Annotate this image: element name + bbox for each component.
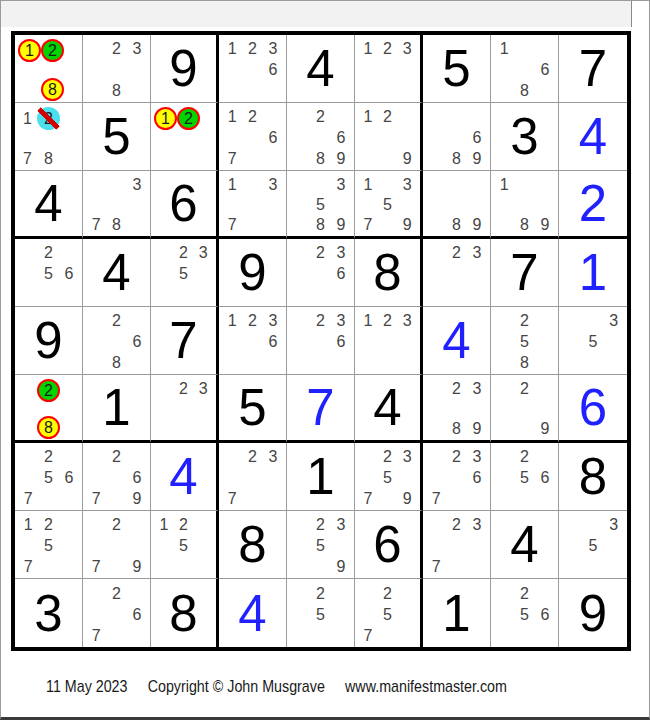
cell-r1c3[interactable]: 9 [151,35,219,103]
candidate-2[interactable]: 2 [242,447,262,468]
candidate-6[interactable]: 6 [467,128,487,149]
cell-r7c3[interactable]: 4 [151,443,219,511]
candidate-3[interactable]: 3 [397,311,417,332]
cell-r8c2[interactable]: 279 [83,511,151,579]
cell-value: 1 [83,375,150,440]
cell-value: 4 [83,239,150,306]
cell-value: 8 [151,579,216,647]
cell-value: 4 [151,443,216,510]
candidate-3[interactable]: 3 [603,515,624,536]
candidate-9[interactable]: 9 [467,215,487,235]
candidate-2-highlight-green[interactable]: 2 [37,379,60,402]
candidate-1[interactable]: 1 [494,175,514,195]
candidate-1[interactable]: 1 [358,175,378,195]
candidates: 267 [83,579,150,647]
candidate-2[interactable]: 2 [106,583,126,604]
candidate-7[interactable]: 7 [222,488,242,509]
cell-r1c5[interactable]: 4 [287,35,355,103]
candidate-5[interactable]: 5 [38,264,58,285]
candidate-9[interactable]: 9 [467,419,487,439]
candidate-1-highlight-yellow[interactable]: 1 [18,39,41,62]
candidate-3[interactable]: 3 [467,379,487,399]
cell-value: 6 [151,171,216,236]
cell-r2c2[interactable]: 5 [83,103,151,171]
candidate-6[interactable]: 6 [127,604,147,625]
cell-r3c5[interactable]: 3589 [287,171,355,239]
candidates: 257 [355,579,420,647]
candidate-7[interactable]: 7 [18,150,37,170]
candidate-2[interactable]: 2 [174,515,194,536]
candidate-3[interactable]: 3 [331,243,351,264]
candidate-7[interactable]: 7 [86,488,106,509]
candidate-3[interactable]: 3 [603,311,624,332]
candidate-2[interactable]: 2 [446,379,466,399]
candidates: 236 [287,239,354,306]
candidates: 28 [15,375,82,440]
candidate-1[interactable]: 1 [494,39,514,60]
candidate-6[interactable]: 6 [263,60,283,81]
cell-r4c7[interactable]: 23 [423,239,491,307]
candidate-2-highlight-green[interactable]: 2 [177,107,200,130]
candidate-9[interactable]: 9 [397,148,417,169]
cell-r1c2[interactable]: 238 [83,35,151,103]
candidate-5[interactable]: 5 [583,332,604,353]
cell-value: 1 [423,579,490,647]
candidate-2[interactable]: 2 [378,583,398,604]
candidate-6[interactable]: 6 [127,468,147,489]
candidate-7[interactable]: 7 [18,556,38,577]
candidate-1[interactable]: 1 [358,107,378,128]
candidate-6[interactable]: 6 [535,468,555,489]
candidate-3[interactable]: 3 [397,39,417,60]
candidate-9[interactable]: 9 [331,215,351,235]
cell-r3c3[interactable]: 6 [151,171,219,239]
candidate-8-highlight-yellow[interactable]: 8 [37,416,60,439]
cell-r1c7[interactable]: 5 [423,35,491,103]
candidate-7[interactable]: 7 [86,625,106,646]
cell-r5c6[interactable]: 123 [355,307,423,375]
cell-r6c5[interactable]: 7 [287,375,355,443]
candidates: 123 [355,35,420,102]
cell-r6c7[interactable]: 2389 [423,375,491,443]
cell-r2c8[interactable]: 3 [491,103,559,171]
cell-value: 4 [287,35,354,102]
cell-r5c9[interactable]: 35 [559,307,627,375]
cell-r3c2[interactable]: 378 [83,171,151,239]
candidate-6[interactable]: 6 [331,264,351,285]
cell-r7c9[interactable]: 8 [559,443,627,511]
candidate-8[interactable]: 8 [446,419,466,439]
candidate-6[interactable]: 6 [263,128,283,149]
candidate-1[interactable]: 1 [154,515,174,536]
cell-r7c2[interactable]: 2679 [83,443,151,511]
candidate-7[interactable]: 7 [358,215,378,235]
candidate-9[interactable]: 9 [397,488,417,509]
candidates: 23 [151,375,216,440]
candidates: 2389 [423,375,490,440]
footer-url: www.manifestmaster.com [345,677,507,697]
candidates: 268 [83,307,150,374]
candidate-5[interactable]: 5 [514,468,534,489]
cell-value: 4 [15,171,82,236]
candidate-6[interactable]: 6 [331,332,351,353]
cell-value: 8 [355,239,420,306]
candidate-2[interactable]: 2 [446,447,466,468]
cell-value: 6 [559,375,627,440]
candidates: 128 [15,35,82,102]
candidates: 689 [423,103,490,170]
candidates: 256 [491,443,558,510]
candidate-1[interactable]: 1 [358,311,378,332]
candidate-1-highlight-yellow[interactable]: 1 [154,107,177,130]
candidates: 25 [287,579,354,647]
candidates: 2689 [287,103,354,170]
candidate-3[interactable]: 3 [193,379,213,399]
cell-r2c6[interactable]: 129 [355,103,423,171]
candidate-6[interactable]: 6 [535,604,555,625]
candidate-2[interactable]: 2 [378,311,398,332]
cell-r6c4[interactable]: 5 [219,375,287,443]
cell-value: 5 [219,375,286,440]
candidate-5[interactable]: 5 [310,195,330,215]
candidates: 238 [83,35,150,102]
cell-value: 4 [355,375,420,440]
candidate-9[interactable]: 9 [127,488,147,509]
candidate-2[interactable]: 2 [310,311,330,332]
candidate-1[interactable]: 1 [358,39,378,60]
candidate-5[interactable]: 5 [174,536,194,557]
cell-r9c9[interactable]: 9 [559,579,627,647]
candidate-5[interactable]: 5 [583,536,604,557]
candidate-2[interactable]: 2 [514,311,534,332]
cell-r3c1[interactable]: 4 [15,171,83,239]
cell-value: 4 [423,307,490,374]
footer-copyright: Copyright © John Musgrave [148,677,325,697]
candidates: 3589 [287,171,354,236]
candidate-2[interactable]: 2 [106,515,126,536]
candidate-2[interactable]: 2 [106,39,126,60]
candidate-5[interactable]: 5 [174,264,194,285]
cell-r9c3[interactable]: 8 [151,579,219,647]
candidate-3[interactable]: 3 [127,175,147,195]
candidates: 137 [219,171,286,236]
candidate-3[interactable]: 3 [331,515,351,536]
cell-r6c1[interactable]: 28 [15,375,83,443]
cell-r1c9[interactable]: 7 [559,35,627,103]
candidate-3[interactable]: 3 [467,515,487,536]
cell-r5c7[interactable]: 4 [423,307,491,375]
candidate-2[interactable]: 2 [38,447,58,468]
cell-r8c6[interactable]: 6 [355,511,423,579]
cell-r9c8[interactable]: 256 [491,579,559,647]
cell-r1c4[interactable]: 1236 [219,35,287,103]
candidate-3[interactable]: 3 [397,447,417,468]
candidates: 125 [151,511,216,578]
cell-r9c5[interactable]: 25 [287,579,355,647]
cell-r1c6[interactable]: 123 [355,35,423,103]
candidates: 256 [15,239,82,306]
candidate-2[interactable]: 2 [446,243,466,264]
candidate-5[interactable]: 5 [38,536,58,557]
candidate-2-highlight-green[interactable]: 2 [41,39,64,62]
candidate-5[interactable]: 5 [514,332,534,353]
candidate-6[interactable]: 6 [467,468,487,489]
cell-r1c1[interactable]: 128 [15,35,83,103]
candidate-5[interactable]: 5 [310,536,330,557]
candidate-1[interactable]: 1 [18,515,38,536]
cell-r7c7[interactable]: 2367 [423,443,491,511]
cell-r4c8[interactable]: 7 [491,239,559,307]
candidates: 256 [491,579,558,647]
candidate-7[interactable]: 7 [426,556,446,577]
cell-r3c9[interactable]: 2 [559,171,627,239]
candidate-2[interactable]: 2 [310,107,330,128]
cell-value: 1 [559,239,627,306]
header-bar [1,1,632,27]
cell-r3c7[interactable]: 89 [423,171,491,239]
cell-r9c1[interactable]: 3 [15,579,83,647]
cell-r5c1[interactable]: 9 [15,307,83,375]
cell-r7c5[interactable]: 1 [287,443,355,511]
candidate-1[interactable]: 1 [222,311,242,332]
cell-r4c1[interactable]: 256 [15,239,83,307]
candidate-9[interactable]: 9 [127,556,147,577]
candidate-6[interactable]: 6 [59,264,79,285]
cell-value: 5 [423,35,490,102]
candidates: 35 [559,307,627,374]
candidate-1[interactable]: 1 [222,175,242,195]
cell-r8c5[interactable]: 2359 [287,511,355,579]
candidate-8[interactable]: 8 [514,215,534,235]
cell-r9c2[interactable]: 267 [83,579,151,647]
candidate-2[interactable]: 2 [38,515,58,536]
cell-r9c6[interactable]: 257 [355,579,423,647]
cell-r8c3[interactable]: 125 [151,511,219,579]
candidate-2[interactable]: 2 [310,515,330,536]
sudoku-app: 1282389123641235168712785121267268912968… [0,0,650,720]
cell-value: 9 [15,307,82,374]
candidate-6[interactable]: 6 [127,332,147,353]
candidates: 236 [287,307,354,374]
candidate-3[interactable]: 3 [127,39,147,60]
candidate-2[interactable]: 2 [378,107,398,128]
candidate-3[interactable]: 3 [397,175,417,195]
candidate-5[interactable]: 5 [378,195,398,215]
candidate-2[interactable]: 2 [310,243,330,264]
candidate-8[interactable]: 8 [446,148,466,169]
cell-r7c4[interactable]: 237 [219,443,287,511]
candidate-2[interactable]: 2 [242,311,262,332]
cell-r4c3[interactable]: 235 [151,239,219,307]
footer-date: 11 May 2023 [46,677,128,697]
cell-r7c8[interactable]: 256 [491,443,559,511]
candidate-8[interactable]: 8 [106,215,126,235]
candidates: 279 [83,511,150,578]
candidate-8-highlight-yellow[interactable]: 8 [41,78,64,101]
candidates: 13579 [355,171,420,236]
cell-value: 5 [83,103,150,170]
cell-r8c7[interactable]: 237 [423,511,491,579]
candidate-3[interactable]: 3 [263,447,283,468]
cell-r1c8[interactable]: 168 [491,35,559,103]
candidate-5[interactable]: 5 [378,604,398,625]
candidate-8[interactable]: 8 [514,80,534,101]
candidate-8[interactable]: 8 [37,150,60,170]
candidates: 237 [219,443,286,510]
cell-r6c8[interactable]: 29 [491,375,559,443]
candidate-2[interactable]: 2 [242,107,262,128]
cell-value: 1 [287,443,354,510]
candidate-7[interactable]: 7 [358,488,378,509]
cell-r6c9[interactable]: 6 [559,375,627,443]
candidates: 378 [83,171,150,236]
candidate-9[interactable]: 9 [467,148,487,169]
candidate-9[interactable]: 9 [535,215,555,235]
candidate-7[interactable]: 7 [86,215,106,235]
cell-r5c5[interactable]: 236 [287,307,355,375]
candidates: 258 [491,307,558,374]
candidates: 1236 [219,307,286,374]
candidate-8[interactable]: 8 [106,80,126,101]
candidate-6[interactable]: 6 [59,468,79,489]
cell-r6c2[interactable]: 1 [83,375,151,443]
cell-value: 3 [15,579,82,647]
cell-value: 7 [287,375,354,440]
cell-r5c2[interactable]: 268 [83,307,151,375]
candidates: 123 [355,307,420,374]
candidate-3[interactable]: 3 [263,175,283,195]
cell-r2c5[interactable]: 2689 [287,103,355,171]
candidate-6[interactable]: 6 [263,332,283,353]
cell-r2c3[interactable]: 12 [151,103,219,171]
candidate-7[interactable]: 7 [222,215,242,235]
cell-r9c4[interactable]: 4 [219,579,287,647]
cell-r5c4[interactable]: 1236 [219,307,287,375]
candidates: 2567 [15,443,82,510]
cell-value: 8 [219,511,286,578]
candidate-8[interactable]: 8 [446,215,466,235]
cell-r7c6[interactable]: 23579 [355,443,423,511]
cell-r6c3[interactable]: 23 [151,375,219,443]
candidate-2[interactable]: 2 [514,447,534,468]
candidates: 235 [151,239,216,306]
cell-value: 6 [355,511,420,578]
cell-r2c9[interactable]: 4 [559,103,627,171]
cell-value: 4 [559,103,627,170]
candidate-9[interactable]: 9 [397,215,417,235]
cell-r2c4[interactable]: 1267 [219,103,287,171]
candidate-5[interactable]: 5 [310,604,330,625]
candidate-2[interactable]: 2 [106,311,126,332]
candidate-3[interactable]: 3 [467,447,487,468]
candidates: 23579 [355,443,420,510]
candidate-5[interactable]: 5 [378,468,398,489]
cell-r4c5[interactable]: 236 [287,239,355,307]
candidate-9[interactable]: 9 [535,419,555,439]
cell-value: 4 [491,511,558,578]
candidate-6[interactable]: 6 [535,60,555,81]
candidate-9[interactable]: 9 [331,148,351,169]
candidate-3[interactable]: 3 [263,311,283,332]
cell-r5c8[interactable]: 258 [491,307,559,375]
candidate-2-highlight-cyan[interactable]: 2 [37,107,60,130]
cell-r2c7[interactable]: 689 [423,103,491,171]
candidates: 1236 [219,35,286,102]
cell-value: 7 [151,307,216,374]
candidate-3[interactable]: 3 [193,243,213,264]
candidate-7[interactable]: 7 [86,556,106,577]
candidate-2[interactable]: 2 [38,243,58,264]
candidates: 35 [559,511,627,578]
candidate-3[interactable]: 3 [331,175,351,195]
footer: 11 May 2023 Copyright © John Musgrave ww… [46,677,507,697]
candidate-8[interactable]: 8 [310,148,330,169]
candidate-8[interactable]: 8 [514,352,534,373]
candidate-2[interactable]: 2 [174,379,194,399]
cell-r9c7[interactable]: 1 [423,579,491,647]
cell-r5c3[interactable]: 7 [151,307,219,375]
candidate-9[interactable]: 9 [331,556,351,577]
cell-r4c2[interactable]: 4 [83,239,151,307]
candidate-8[interactable]: 8 [106,352,126,373]
cell-r8c9[interactable]: 35 [559,511,627,579]
candidates: 1257 [15,511,82,578]
cell-r4c6[interactable]: 8 [355,239,423,307]
candidate-8[interactable]: 8 [310,215,330,235]
cell-value: 8 [559,443,627,510]
candidate-2[interactable]: 2 [310,583,330,604]
cell-r6c6[interactable]: 4 [355,375,423,443]
candidate-3[interactable]: 3 [331,311,351,332]
candidate-7[interactable]: 7 [222,148,242,169]
cell-value: 4 [219,579,286,647]
candidate-3[interactable]: 3 [467,243,487,264]
candidate-2[interactable]: 2 [106,447,126,468]
candidate-5[interactable]: 5 [514,604,534,625]
candidate-6[interactable]: 6 [331,128,351,149]
cell-value: 7 [559,35,627,102]
cell-r7c1[interactable]: 2567 [15,443,83,511]
cell-r2c1[interactable]: 1278 [15,103,83,171]
sudoku-board: 1282389123641235168712785121267268912968… [11,31,631,651]
candidate-1[interactable]: 1 [222,107,242,128]
candidate-7[interactable]: 7 [18,488,38,509]
candidates: 2359 [287,511,354,578]
cell-r4c9[interactable]: 1 [559,239,627,307]
cell-r8c1[interactable]: 1257 [15,511,83,579]
candidate-2[interactable]: 2 [514,583,534,604]
candidate-2[interactable]: 2 [378,447,398,468]
candidate-7[interactable]: 7 [426,488,446,509]
candidate-3[interactable]: 3 [263,39,283,60]
candidate-2[interactable]: 2 [378,39,398,60]
cell-r3c6[interactable]: 13579 [355,171,423,239]
candidate-2[interactable]: 2 [446,515,466,536]
candidates: 1278 [15,103,82,170]
cell-r8c4[interactable]: 8 [219,511,287,579]
cell-value: 2 [559,171,627,236]
cell-r3c4[interactable]: 137 [219,171,287,239]
candidate-2[interactable]: 2 [514,379,534,399]
candidate-1[interactable]: 1 [222,39,242,60]
cell-r3c8[interactable]: 189 [491,171,559,239]
candidate-2[interactable]: 2 [242,39,262,60]
candidate-2[interactable]: 2 [174,243,194,264]
candidate-5[interactable]: 5 [38,468,58,489]
cell-r8c8[interactable]: 4 [491,511,559,579]
candidate-7[interactable]: 7 [358,625,378,646]
cell-r4c4[interactable]: 9 [219,239,287,307]
